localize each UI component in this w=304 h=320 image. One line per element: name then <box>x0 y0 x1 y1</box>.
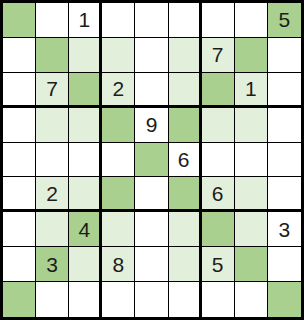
cell-r8c3[interactable] <box>102 282 135 317</box>
cell-r2c0[interactable] <box>3 73 36 108</box>
cell-r6c1[interactable] <box>36 212 69 247</box>
cell-r5c8[interactable] <box>268 177 301 212</box>
cell-r8c0[interactable] <box>3 282 36 317</box>
cell-r7c7[interactable] <box>235 247 268 282</box>
cell-r6c3[interactable] <box>102 212 135 247</box>
cell-r1c1[interactable] <box>36 38 69 73</box>
cell-r5c2[interactable] <box>69 177 102 212</box>
cell-r6c6[interactable] <box>202 212 235 247</box>
cell-r5c7[interactable] <box>235 177 268 212</box>
cell-r7c5[interactable] <box>169 247 202 282</box>
cell-r6c5[interactable] <box>169 212 202 247</box>
cell-r7c0[interactable] <box>3 247 36 282</box>
cell-r8c2[interactable] <box>69 282 102 317</box>
cell-r7c4[interactable] <box>135 247 168 282</box>
cell-r2c1[interactable]: 7 <box>36 73 69 108</box>
cell-r5c1[interactable]: 2 <box>36 177 69 212</box>
cell-r4c4[interactable] <box>135 143 168 178</box>
cell-r1c3[interactable] <box>102 38 135 73</box>
cell-r8c7[interactable] <box>235 282 268 317</box>
cell-r3c8[interactable] <box>268 108 301 143</box>
cell-r5c0[interactable] <box>3 177 36 212</box>
cell-r5c3[interactable] <box>102 177 135 212</box>
cell-r4c3[interactable] <box>102 143 135 178</box>
cell-r3c3[interactable] <box>102 108 135 143</box>
cell-r1c5[interactable] <box>169 38 202 73</box>
cell-r0c6[interactable] <box>202 3 235 38</box>
cell-r4c7[interactable] <box>235 143 268 178</box>
cell-r2c4[interactable] <box>135 73 168 108</box>
cell-r6c8[interactable]: 3 <box>268 212 301 247</box>
cell-r8c1[interactable] <box>36 282 69 317</box>
cell-r1c7[interactable] <box>235 38 268 73</box>
cell-r3c7[interactable] <box>235 108 268 143</box>
cell-r8c6[interactable] <box>202 282 235 317</box>
cell-r4c2[interactable] <box>69 143 102 178</box>
cell-r8c5[interactable] <box>169 282 202 317</box>
cell-r2c2[interactable] <box>69 73 102 108</box>
cell-r7c6[interactable]: 5 <box>202 247 235 282</box>
cell-r1c6[interactable]: 7 <box>202 38 235 73</box>
cell-r0c1[interactable] <box>36 3 69 38</box>
cell-r3c1[interactable] <box>36 108 69 143</box>
cell-r6c0[interactable] <box>3 212 36 247</box>
cell-r2c6[interactable] <box>202 73 235 108</box>
cell-r2c5[interactable] <box>169 73 202 108</box>
cell-r3c0[interactable] <box>3 108 36 143</box>
cell-r3c6[interactable] <box>202 108 235 143</box>
cell-r1c0[interactable] <box>3 38 36 73</box>
cell-r0c4[interactable] <box>135 3 168 38</box>
cell-r2c3[interactable]: 2 <box>102 73 135 108</box>
cell-r7c1[interactable]: 3 <box>36 247 69 282</box>
cell-r5c5[interactable] <box>169 177 202 212</box>
cell-r2c7[interactable]: 1 <box>235 73 268 108</box>
cell-r6c7[interactable] <box>235 212 268 247</box>
sudoku-page: 157721962643385 <box>0 0 304 320</box>
cell-r4c8[interactable] <box>268 143 301 178</box>
cell-r4c6[interactable] <box>202 143 235 178</box>
cell-r0c3[interactable] <box>102 3 135 38</box>
cell-r7c3[interactable]: 8 <box>102 247 135 282</box>
cell-r0c0[interactable] <box>3 3 36 38</box>
cell-r4c1[interactable] <box>36 143 69 178</box>
cell-r4c0[interactable] <box>3 143 36 178</box>
cell-r2c8[interactable] <box>268 73 301 108</box>
cell-r1c4[interactable] <box>135 38 168 73</box>
cell-r0c2[interactable]: 1 <box>69 3 102 38</box>
cell-r6c2[interactable]: 4 <box>69 212 102 247</box>
cell-r8c8[interactable] <box>268 282 301 317</box>
cell-r0c5[interactable] <box>169 3 202 38</box>
cell-r3c5[interactable] <box>169 108 202 143</box>
sudoku-board: 157721962643385 <box>0 0 304 320</box>
cell-r8c4[interactable] <box>135 282 168 317</box>
cell-r7c8[interactable] <box>268 247 301 282</box>
cell-r1c8[interactable] <box>268 38 301 73</box>
cell-r0c7[interactable] <box>235 3 268 38</box>
cell-r3c4[interactable]: 9 <box>135 108 168 143</box>
cell-r6c4[interactable] <box>135 212 168 247</box>
cell-r7c2[interactable] <box>69 247 102 282</box>
cell-r5c6[interactable]: 6 <box>202 177 235 212</box>
cell-r4c5[interactable]: 6 <box>169 143 202 178</box>
cell-r1c2[interactable] <box>69 38 102 73</box>
cell-r5c4[interactable] <box>135 177 168 212</box>
cell-r0c8[interactable]: 5 <box>268 3 301 38</box>
cell-r3c2[interactable] <box>69 108 102 143</box>
